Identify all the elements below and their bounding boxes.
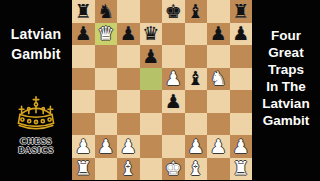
square-h8[interactable]: ♜ [230,0,253,23]
square-g1[interactable] [207,158,230,181]
square-c5[interactable] [117,68,140,91]
black-pawn: ♟ [230,23,253,46]
square-c4[interactable] [117,90,140,113]
square-d6[interactable]: ♟ [140,45,163,68]
square-e2[interactable] [162,135,185,158]
square-e8[interactable]: ♚ [162,0,185,23]
square-f4[interactable] [185,90,208,113]
square-a8[interactable]: ♜ [72,0,95,23]
white-pawn: ♟ [117,135,140,158]
square-c2[interactable]: ♟ [117,135,140,158]
square-h5[interactable] [230,68,253,91]
square-a2[interactable]: ♟ [72,135,95,158]
right-title-line3: Traps [252,61,320,78]
black-pawn: ♟ [140,45,163,68]
logo-text-basics: BASICS [0,146,72,155]
white-king: ♚ [162,158,185,181]
white-pawn: ♟ [207,135,230,158]
left-title: Latvian Gambit [0,24,72,64]
square-f2[interactable]: ♟ [185,135,208,158]
right-title-line1: Four [252,27,320,44]
square-c6[interactable] [117,45,140,68]
square-f8[interactable]: ♝ [185,0,208,23]
white-queen: ♛ [95,23,118,46]
square-b3[interactable] [95,113,118,136]
white-bishop: ♝ [185,158,208,181]
right-title-line5: Latvian [252,95,320,112]
white-pawn: ♟ [72,135,95,158]
square-g2[interactable]: ♟ [207,135,230,158]
white-rook: ♜ [72,158,95,181]
black-bishop: ♝ [185,0,208,23]
square-b7[interactable]: ♛ [95,23,118,46]
square-d4[interactable] [140,90,163,113]
white-pawn: ♟ [185,135,208,158]
white-rook: ♜ [230,158,253,181]
square-f7[interactable] [185,23,208,46]
square-b2[interactable]: ♟ [95,135,118,158]
black-pawn: ♟ [117,23,140,46]
square-g4[interactable] [207,90,230,113]
square-h6[interactable] [230,45,253,68]
black-king: ♚ [162,0,185,23]
square-g7[interactable]: ♟ [207,23,230,46]
square-a7[interactable]: ♟ [72,23,95,46]
square-e7[interactable] [162,23,185,46]
square-d3[interactable] [140,113,163,136]
white-pawn: ♟ [162,68,185,91]
black-rook: ♜ [72,0,95,23]
square-h4[interactable] [230,90,253,113]
square-c7[interactable]: ♟ [117,23,140,46]
square-g3[interactable] [207,113,230,136]
square-d8[interactable] [140,0,163,23]
crown-icon [12,95,60,137]
square-a1[interactable]: ♜ [72,158,95,181]
square-b1[interactable] [95,158,118,181]
black-rook: ♜ [230,0,253,23]
square-b4[interactable] [95,90,118,113]
black-knight: ♞ [95,0,118,23]
square-e3[interactable] [162,113,185,136]
square-f3[interactable] [185,113,208,136]
square-h1[interactable]: ♜ [230,158,253,181]
left-title-line1: Latvian [0,24,72,44]
chess-basics-logo: CHESS BASICS [0,95,72,154]
square-b5[interactable] [95,68,118,91]
square-e6[interactable] [162,45,185,68]
black-pawn: ♟ [207,23,230,46]
square-f5[interactable]: ♝ [185,68,208,91]
square-d2[interactable] [140,135,163,158]
square-a4[interactable] [72,90,95,113]
square-g6[interactable] [207,45,230,68]
video-thumbnail: Latvian Gambit CHESS [0,0,320,180]
right-title-line6: Gambit [252,112,320,129]
black-pawn: ♟ [72,23,95,46]
left-title-line2: Gambit [0,44,72,64]
square-d1[interactable] [140,158,163,181]
square-a3[interactable] [72,113,95,136]
square-c1[interactable]: ♝ [117,158,140,181]
right-title: Four Great Traps In The Latvian Gambit [252,27,320,129]
right-title-line4: In The [252,78,320,95]
square-c8[interactable] [117,0,140,23]
square-a5[interactable] [72,68,95,91]
square-a6[interactable] [72,45,95,68]
square-g8[interactable] [207,0,230,23]
square-f1[interactable]: ♝ [185,158,208,181]
white-knight: ♞ [207,68,230,91]
square-d5[interactable] [140,68,163,91]
square-e4[interactable]: ♟ [162,90,185,113]
square-g5[interactable]: ♞ [207,68,230,91]
square-f6[interactable] [185,45,208,68]
right-panel: Four Great Traps In The Latvian Gambit [252,0,320,180]
square-h7[interactable]: ♟ [230,23,253,46]
left-panel: Latvian Gambit CHESS [0,0,72,180]
white-pawn: ♟ [230,135,253,158]
square-h3[interactable] [230,113,253,136]
black-queen: ♛ [140,23,163,46]
white-pawn: ♟ [95,135,118,158]
white-bishop: ♝ [117,158,140,181]
square-h2[interactable]: ♟ [230,135,253,158]
square-c3[interactable] [117,113,140,136]
chess-board: ♜♞♚♝♜♟♛♟♛♟♟♟♟♝♞♟♟♟♟♟♟♟♜♝♚♝♜ [72,0,252,180]
black-bishop: ♝ [185,68,208,91]
square-b8[interactable]: ♞ [95,0,118,23]
black-pawn: ♟ [162,90,185,113]
right-title-line2: Great [252,44,320,61]
square-e5[interactable]: ♟ [162,68,185,91]
square-e1[interactable]: ♚ [162,158,185,181]
square-d7[interactable]: ♛ [140,23,163,46]
square-b6[interactable] [95,45,118,68]
